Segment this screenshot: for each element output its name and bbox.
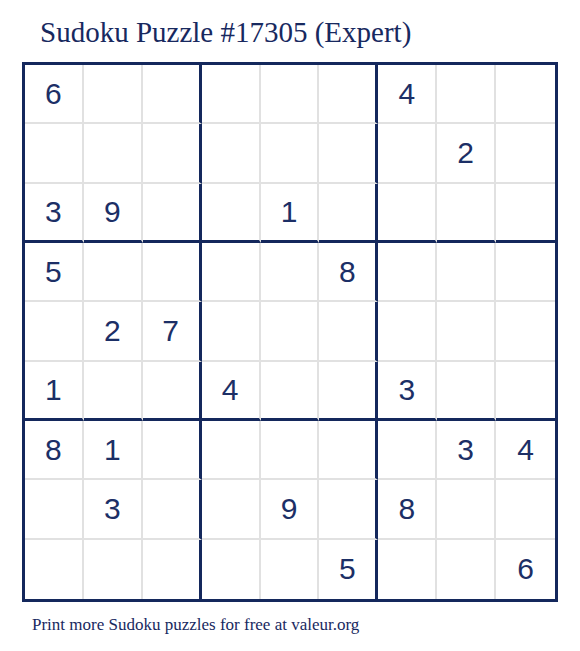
sudoku-cell-empty[interactable] [437,302,496,361]
sudoku-cell-empty[interactable] [437,243,496,302]
sudoku-cell-given[interactable]: 9 [261,480,320,539]
sudoku-cell-empty[interactable] [25,124,84,183]
sudoku-cell-empty[interactable] [143,65,202,124]
sudoku-cell-given[interactable]: 4 [378,65,437,124]
sudoku-cell-given[interactable]: 2 [437,124,496,183]
sudoku-cell-given[interactable]: 6 [496,540,555,599]
sudoku-cell-given[interactable]: 3 [437,421,496,480]
sudoku-cell-empty[interactable] [143,184,202,243]
sudoku-cell-empty[interactable] [84,243,143,302]
sudoku-cell-given[interactable]: 8 [25,421,84,480]
sudoku-cell-empty[interactable] [25,302,84,361]
sudoku-cell-empty[interactable] [496,184,555,243]
sudoku-cell-given[interactable]: 1 [25,362,84,421]
sudoku-cell-empty[interactable] [261,124,320,183]
sudoku-cell-given[interactable]: 3 [378,362,437,421]
sudoku-cell-empty[interactable] [437,362,496,421]
sudoku-cell-empty[interactable] [319,124,378,183]
sudoku-cell-empty[interactable] [202,124,261,183]
sudoku-cell-empty[interactable] [319,421,378,480]
sudoku-cell-given[interactable]: 5 [25,243,84,302]
sudoku-cell-empty[interactable] [319,184,378,243]
sudoku-cell-empty[interactable] [496,243,555,302]
sudoku-cell-empty[interactable] [319,480,378,539]
sudoku-board: 6423915827143813439856 [22,62,558,602]
sudoku-cell-given[interactable]: 3 [84,480,143,539]
sudoku-cell-empty[interactable] [496,65,555,124]
sudoku-cell-empty[interactable] [202,302,261,361]
sudoku-cell-empty[interactable] [261,65,320,124]
sudoku-cell-empty[interactable] [84,65,143,124]
sudoku-cell-empty[interactable] [202,65,261,124]
sudoku-cell-empty[interactable] [202,184,261,243]
sudoku-cell-empty[interactable] [143,480,202,539]
sudoku-print-page: Sudoku Puzzle #17305 (Expert) 6423915827… [0,0,580,651]
sudoku-cell-empty[interactable] [84,540,143,599]
page-title: Sudoku Puzzle #17305 (Expert) [40,16,411,49]
sudoku-cell-empty[interactable] [319,65,378,124]
sudoku-cell-empty[interactable] [143,243,202,302]
sudoku-cell-empty[interactable] [261,540,320,599]
sudoku-cell-empty[interactable] [261,243,320,302]
footer-credit: Print more Sudoku puzzles for free at va… [32,615,359,635]
sudoku-cell-empty[interactable] [202,421,261,480]
sudoku-cell-empty[interactable] [202,480,261,539]
sudoku-cell-empty[interactable] [496,124,555,183]
sudoku-cell-empty[interactable] [496,362,555,421]
sudoku-cell-given[interactable]: 6 [25,65,84,124]
sudoku-cell-empty[interactable] [143,540,202,599]
sudoku-cell-given[interactable]: 7 [143,302,202,361]
sudoku-cell-given[interactable]: 5 [319,540,378,599]
sudoku-cell-empty[interactable] [25,540,84,599]
sudoku-cell-empty[interactable] [378,124,437,183]
sudoku-cell-empty[interactable] [378,540,437,599]
sudoku-cell-given[interactable]: 4 [202,362,261,421]
sudoku-cell-given[interactable]: 3 [25,184,84,243]
sudoku-cell-empty[interactable] [261,362,320,421]
sudoku-cell-empty[interactable] [25,480,84,539]
sudoku-cell-given[interactable]: 8 [319,243,378,302]
sudoku-cell-empty[interactable] [143,124,202,183]
sudoku-cell-empty[interactable] [143,421,202,480]
sudoku-cell-given[interactable]: 9 [84,184,143,243]
sudoku-cell-empty[interactable] [378,243,437,302]
sudoku-cell-empty[interactable] [437,184,496,243]
sudoku-cell-empty[interactable] [496,480,555,539]
sudoku-cell-given[interactable]: 1 [84,421,143,480]
sudoku-cell-empty[interactable] [202,540,261,599]
sudoku-cell-empty[interactable] [202,243,261,302]
sudoku-cell-given[interactable]: 8 [378,480,437,539]
sudoku-cell-empty[interactable] [143,362,202,421]
sudoku-cell-given[interactable]: 4 [496,421,555,480]
sudoku-cell-empty[interactable] [261,302,320,361]
sudoku-cell-empty[interactable] [378,302,437,361]
sudoku-cell-empty[interactable] [84,124,143,183]
sudoku-cell-empty[interactable] [378,421,437,480]
sudoku-cell-empty[interactable] [378,184,437,243]
sudoku-cell-empty[interactable] [319,302,378,361]
sudoku-cell-empty[interactable] [437,65,496,124]
sudoku-cell-empty[interactable] [84,362,143,421]
sudoku-cell-empty[interactable] [319,362,378,421]
sudoku-cell-given[interactable]: 1 [261,184,320,243]
sudoku-cell-empty[interactable] [437,540,496,599]
sudoku-cell-given[interactable]: 2 [84,302,143,361]
sudoku-cell-empty[interactable] [261,421,320,480]
sudoku-cell-empty[interactable] [437,480,496,539]
sudoku-cell-empty[interactable] [496,302,555,361]
